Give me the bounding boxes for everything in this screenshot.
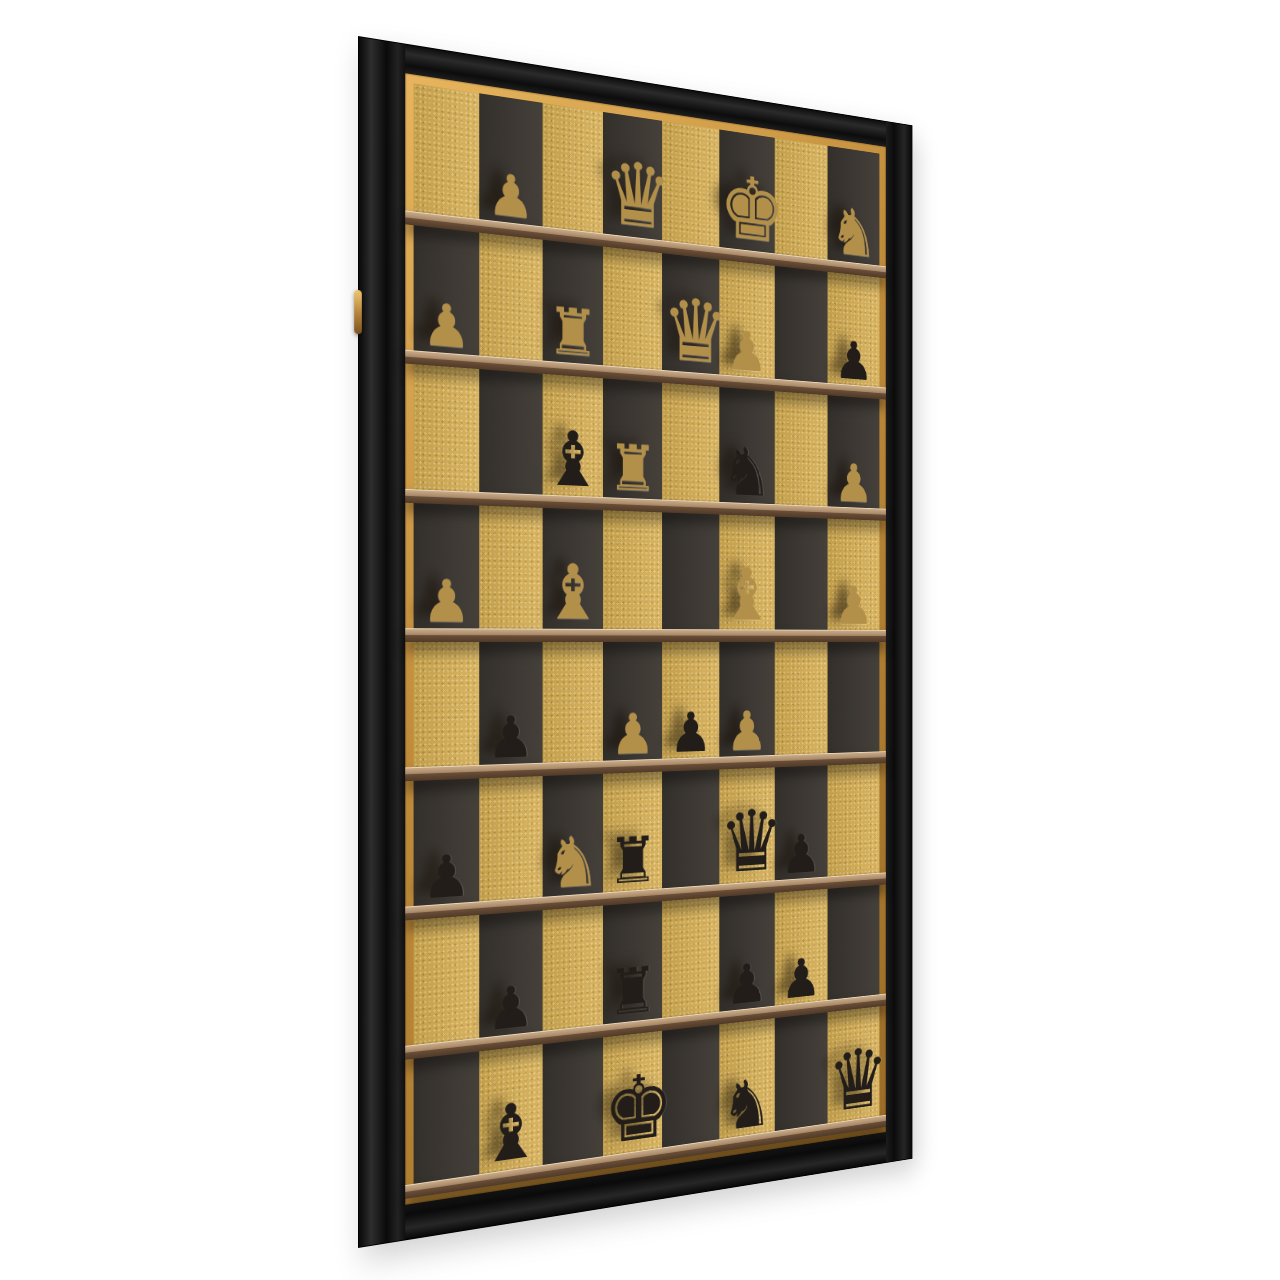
piece-white-queen-d8: ♛ — [603, 147, 662, 242]
piece-black-bishop-b1: ♝ — [479, 1091, 542, 1176]
square-e6 — [662, 380, 719, 512]
square-g5 — [774, 514, 827, 639]
piece-white-bishop-f5: ♝ — [719, 559, 774, 631]
square-e2 — [662, 894, 719, 1028]
gold-trim: ♟♛♚♞♟♜♛♟♟♝♜♞♟♟♝♝♟♟♟♟♟♟♞♜♛♟♟♜♟♟♝♚♞♛ — [405, 73, 886, 1205]
piece-white-pawn-f4: ♟ — [719, 703, 774, 758]
piece-black-king-d1: ♚ — [603, 1061, 662, 1158]
piece-white-knight-c3: ♞ — [542, 825, 603, 899]
piece-black-queen-h1: ♛ — [828, 1037, 880, 1126]
square-g6 — [774, 389, 827, 516]
square-h4 — [828, 639, 880, 762]
rank-row-5: ♟♝♝♟ — [414, 500, 880, 639]
vertical-wall-chessboard: ♟♛♚♞♟♜♛♟♟♝♜♞♟♟♝♝♟♟♟♟♟♟♞♜♛♟♟♜♟♟♝♚♞♛ — [358, 36, 912, 1248]
square-b5 — [479, 503, 542, 640]
piece-black-pawn-e4: ♟ — [662, 704, 719, 760]
square-c2 — [542, 903, 603, 1042]
piece-black-pawn-h7: ♟ — [828, 332, 880, 389]
piece-black-pawn-g3: ♟ — [774, 826, 827, 882]
piece-white-knight-h8: ♞ — [828, 197, 880, 268]
square-c4 — [542, 639, 603, 773]
hanger-knob — [354, 290, 362, 335]
square-h3 — [828, 761, 880, 886]
piece-white-pawn-h5: ♟ — [828, 579, 880, 632]
piece-black-pawn-b4: ♟ — [479, 708, 542, 767]
piece-white-bishop-c5: ♝ — [542, 555, 603, 631]
square-c1 — [542, 1035, 603, 1176]
piece-white-pawn-a5: ♟ — [414, 571, 479, 630]
square-g7 — [774, 263, 827, 392]
square-h2 — [828, 882, 880, 1009]
square-b3 — [479, 773, 542, 912]
piece-black-knight-f6: ♞ — [719, 437, 774, 506]
piece-white-pawn-d4: ♟ — [603, 705, 662, 762]
piece-white-king-f8: ♚ — [719, 162, 774, 255]
square-c8 — [542, 103, 603, 244]
piece-white-pawn-a7: ♟ — [414, 293, 479, 357]
square-d5 — [603, 507, 662, 639]
piece-white-pawn-f7: ♟ — [719, 322, 774, 381]
square-g1 — [774, 1010, 827, 1141]
piece-black-pawn-b2: ♟ — [479, 976, 542, 1040]
board-grid: ♟♛♚♞♟♜♛♟♟♝♜♞♟♟♝♝♟♟♟♟♟♟♞♜♛♟♟♜♟♟♝♚♞♛ — [414, 83, 880, 1194]
square-e3 — [662, 767, 719, 899]
piece-black-knight-f1: ♞ — [719, 1067, 774, 1141]
piece-black-rook-d2: ♜ — [603, 957, 662, 1026]
piece-white-pawn-h6: ♟ — [828, 456, 880, 511]
square-a4 — [414, 639, 479, 778]
square-a6 — [414, 361, 479, 502]
square-a2 — [414, 912, 479, 1056]
piece-black-pawn-a3: ♟ — [414, 845, 479, 908]
square-d7 — [603, 244, 662, 380]
piece-black-rook-d3: ♜ — [603, 828, 662, 895]
piece-white-rook-c7: ♜ — [542, 298, 603, 367]
piece-white-queen-e7: ♛ — [662, 285, 719, 376]
square-a1 — [414, 1048, 479, 1194]
square-b6 — [479, 366, 542, 505]
piece-black-pawn-g2: ♟ — [774, 949, 827, 1007]
square-g4 — [774, 639, 827, 764]
piece-white-rook-d6: ♜ — [603, 435, 662, 501]
board-frame: ♟♛♚♞♟♜♛♟♟♝♜♞♟♟♝♝♟♟♟♟♟♟♞♜♛♟♟♜♟♟♝♚♞♛ — [358, 36, 912, 1248]
square-e5 — [662, 510, 719, 640]
rank-row-4: ♟♟♟♟ — [414, 639, 880, 778]
piece-black-bishop-c6: ♝ — [542, 420, 603, 499]
piece-black-pawn-f2: ♟ — [719, 954, 774, 1013]
square-b7 — [479, 230, 542, 371]
piece-white-pawn-b8: ♟ — [479, 163, 542, 228]
square-a8 — [414, 83, 479, 229]
piece-black-queen-f3: ♛ — [719, 799, 774, 887]
